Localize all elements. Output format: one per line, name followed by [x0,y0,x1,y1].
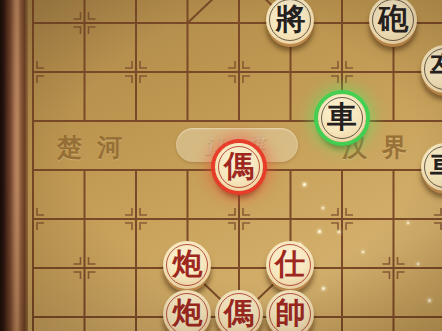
piece-disc[interactable]: 卒 [421,45,442,93]
piece-glyph: 帥 [275,298,305,328]
piece-black-chariot[interactable]: 車 [316,96,368,145]
piece-red-cannon[interactable]: 炮 [162,243,214,292]
piece-black-soldier[interactable]: 卒 [419,47,442,96]
piece-red-general[interactable]: 帥 [265,292,317,331]
piece-glyph: 傌 [224,151,254,181]
xiangqi-board[interactable]: 將砲卒車車傌炮仕炮傌帥 [7,0,442,331]
piece-glyph: 炮 [172,249,202,279]
piece-black-general[interactable]: 將 [265,0,317,47]
piece-glyph: 將 [275,4,305,34]
xiangqi-game-screen: 楚河 汉界 jJ象棋 將砲卒車車傌炮仕炮傌帥 [0,0,442,331]
piece-disc[interactable]: 炮 [163,290,211,331]
piece-glyph: 卒 [430,53,442,83]
piece-glyph: 砲 [378,4,408,34]
piece-disc[interactable]: 仕 [266,241,314,289]
piece-disc[interactable]: 炮 [163,241,211,289]
piece-red-horse[interactable]: 傌 [213,292,265,331]
piece-glyph: 車 [430,151,442,181]
piece-disc[interactable]: 將 [266,0,314,44]
piece-red-advisor[interactable]: 仕 [265,243,317,292]
piece-disc[interactable]: 車 [318,94,366,142]
piece-glyph: 炮 [172,298,202,328]
piece-black-chariot[interactable]: 車 [419,145,442,194]
piece-disc[interactable]: 傌 [215,290,263,331]
piece-disc[interactable]: 車 [421,143,442,191]
piece-disc[interactable]: 砲 [369,0,417,44]
piece-glyph: 傌 [224,298,254,328]
piece-red-horse[interactable]: 傌 [213,145,265,194]
piece-disc[interactable]: 帥 [266,290,314,331]
piece-red-cannon[interactable]: 炮 [162,292,214,331]
piece-glyph: 仕 [275,249,305,279]
piece-black-cannon[interactable]: 砲 [368,0,420,47]
piece-disc[interactable]: 傌 [215,143,263,191]
piece-glyph: 車 [327,102,357,132]
